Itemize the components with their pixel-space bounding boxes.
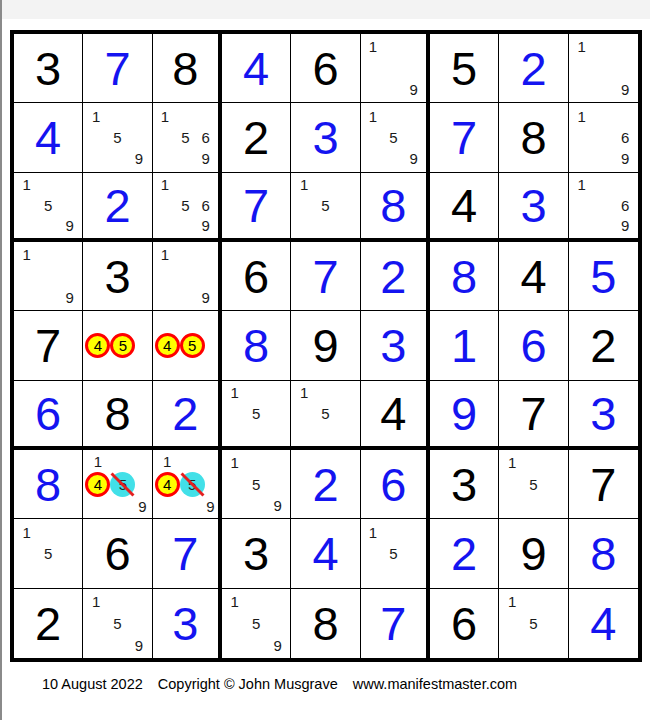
candidate-digit: 6: [196, 195, 216, 215]
solved-digit: 2: [380, 253, 406, 300]
candidate-digit: 1: [16, 521, 37, 542]
cell-r7c4[interactable]: 159: [222, 450, 291, 519]
cell-r6c3[interactable]: 2: [153, 381, 222, 450]
solved-digit: 3: [590, 390, 616, 437]
candidate-digit: 9: [196, 287, 216, 308]
cell-r9c6[interactable]: 7: [361, 589, 430, 658]
cell-r4c3[interactable]: 19: [153, 242, 222, 311]
cell-r9c1[interactable]: 2: [14, 589, 83, 658]
cell-r3c9[interactable]: 169: [569, 173, 638, 242]
candidate-digit: 1: [293, 175, 314, 195]
cell-r3c3[interactable]: 1569: [153, 173, 222, 242]
given-digit: 3: [104, 253, 130, 300]
cell-r1c4[interactable]: 4: [222, 34, 291, 103]
candidate-digit: 5: [383, 127, 403, 148]
page-top-band: [0, 0, 650, 19]
candidate-digit: 1: [293, 383, 314, 403]
solved-digit: 3: [380, 322, 406, 369]
given-digit: 8: [172, 45, 198, 92]
pencil-marks: 45: [85, 313, 149, 377]
solved-digit: 7: [380, 600, 406, 647]
cell-r6c9[interactable]: 3: [569, 381, 638, 450]
cell-r6c5[interactable]: 15: [291, 381, 360, 450]
solved-digit: 8: [35, 461, 61, 508]
pencil-marks: 19: [16, 244, 80, 308]
cell-r1c6[interactable]: 19: [361, 34, 430, 103]
pencil-marks: 15: [363, 521, 424, 585]
candidate-digit: 1: [155, 105, 175, 126]
candidate-digit: 1: [571, 105, 593, 126]
cell-r1c7[interactable]: 5: [430, 34, 499, 103]
candidate-digit: 9: [196, 148, 216, 169]
candidate-digit: 1: [224, 591, 245, 613]
footer-website: www.manifestmaster.com: [353, 676, 517, 692]
candidate-digit: 5: [383, 543, 403, 564]
solved-digit: 6: [520, 322, 546, 369]
solved-digit: 4: [35, 114, 61, 161]
candidate-digit: 1: [363, 521, 383, 542]
candidate-digit: 5: [523, 473, 544, 494]
candidate-digit: 5: [315, 195, 336, 215]
given-digit: 4: [520, 253, 546, 300]
given-digit: 2: [590, 322, 616, 369]
pencil-marks: 15: [16, 521, 80, 585]
solved-digit: 2: [104, 182, 130, 229]
cell-r4c1[interactable]: 19: [14, 242, 83, 311]
cell-r8c7[interactable]: 2: [430, 519, 499, 588]
given-digit: 4: [380, 390, 406, 437]
cell-r7c2[interactable]: 1459: [83, 450, 152, 519]
cell-r6c2[interactable]: 8: [83, 381, 152, 450]
cell-r2c6[interactable]: 159: [361, 103, 430, 172]
candidate-highlighted-circle: 4: [85, 472, 110, 497]
candidate-digit: 9: [404, 79, 424, 100]
sudoku-board: 3784619521941591569231597816915921569715…: [10, 30, 642, 662]
cell-r3c8[interactable]: 3: [499, 173, 568, 242]
footer-date: 10 August 2022: [42, 676, 143, 692]
solved-digit: 4: [312, 530, 338, 577]
solved-digit: 1: [451, 322, 477, 369]
pencil-marks: 15: [293, 383, 357, 444]
cell-r5c4[interactable]: 8: [222, 311, 291, 380]
cell-r1c2[interactable]: 7: [83, 34, 152, 103]
given-digit: 8: [312, 600, 338, 647]
candidate-digit: 5: [175, 127, 195, 148]
candidate-digit: 5: [107, 612, 128, 634]
candidate-eliminated-strike: 5: [110, 472, 135, 497]
cell-r8c1[interactable]: 15: [14, 519, 83, 588]
candidate-highlighted-circle: 4: [85, 333, 110, 358]
cell-r6c6[interactable]: 4: [361, 381, 430, 450]
footer-copyright: Copyright © John Musgrave: [158, 676, 338, 692]
candidate-digit: 1: [224, 383, 245, 403]
cell-r9c7[interactable]: 6: [430, 589, 499, 658]
cell-r7c8[interactable]: 15: [499, 450, 568, 519]
solved-digit: 4: [243, 45, 269, 92]
cell-r2c8[interactable]: 8: [499, 103, 568, 172]
candidate-digit: 1: [571, 36, 593, 57]
cell-r4c4[interactable]: 6: [222, 242, 291, 311]
cell-r3c4[interactable]: 7: [222, 173, 291, 242]
solved-digit: 4: [590, 600, 616, 647]
solved-digit: 3: [172, 600, 198, 647]
cell-r7c6[interactable]: 6: [361, 450, 430, 519]
candidate-digit: 1: [85, 105, 106, 126]
cell-r5c9[interactable]: 2: [569, 311, 638, 380]
cell-r2c5[interactable]: 3: [291, 103, 360, 172]
given-digit: 4: [451, 182, 477, 229]
given-digit: 6: [312, 45, 338, 92]
cell-r4c6[interactable]: 2: [361, 242, 430, 311]
cell-r1c8[interactable]: 2: [499, 34, 568, 103]
page-left-border: [0, 0, 2, 720]
candidate-digit: 1: [155, 244, 175, 265]
cell-r4c7[interactable]: 8: [430, 242, 499, 311]
solved-digit: 7: [172, 530, 198, 577]
given-digit: 8: [104, 390, 130, 437]
given-digit: 3: [243, 530, 269, 577]
cell-r2c9[interactable]: 169: [569, 103, 638, 172]
cell-r5c5[interactable]: 9: [291, 311, 360, 380]
candidate-digit: 1: [501, 452, 522, 473]
cell-r4c2[interactable]: 3: [83, 242, 152, 311]
cell-r2c1[interactable]: 4: [14, 103, 83, 172]
candidate-digit: 1: [155, 175, 175, 195]
solved-digit: 8: [590, 530, 616, 577]
solved-digit: 7: [243, 182, 269, 229]
given-digit: 5: [451, 45, 477, 92]
cell-r8c2[interactable]: 6: [83, 519, 152, 588]
candidate-digit: 5: [315, 403, 336, 423]
solved-digit: 8: [243, 322, 269, 369]
pencil-marks: 159: [85, 591, 149, 656]
pencil-marks: 159: [16, 175, 80, 236]
solved-digit: 5: [590, 253, 616, 300]
candidate-highlighted-circle: 5: [110, 333, 135, 358]
candidate-digit: 9: [196, 216, 216, 236]
cell-r4c8[interactable]: 4: [499, 242, 568, 311]
cell-r7c9[interactable]: 7: [569, 450, 638, 519]
pencil-marks: 15: [501, 591, 565, 656]
solved-digit: 7: [451, 114, 477, 161]
candidate-digit: 1: [571, 175, 593, 195]
solved-digit: 6: [380, 461, 406, 508]
footer: 10 August 2022 Copyright © John Musgrave…: [42, 676, 517, 692]
candidate-highlighted-circle: 5: [180, 333, 205, 358]
cell-r3c1[interactable]: 159: [14, 173, 83, 242]
cell-r6c7[interactable]: 9: [430, 381, 499, 450]
cell-r7c5[interactable]: 2: [291, 450, 360, 519]
pencil-marks: 45: [155, 313, 216, 377]
candidate-digit: 5: [107, 127, 128, 148]
cell-r2c7[interactable]: 7: [430, 103, 499, 172]
solved-digit: 3: [312, 114, 338, 161]
candidate-digit: 9: [205, 497, 216, 517]
candidate-eliminated-strike: 5: [180, 472, 205, 497]
solved-digit: 8: [451, 253, 477, 300]
given-digit: 7: [590, 461, 616, 508]
solved-digit: 2: [520, 45, 546, 92]
solved-digit: 7: [104, 45, 130, 92]
candidate-highlighted-circle: 4: [155, 333, 180, 358]
pencil-marks: 19: [363, 36, 424, 100]
pencil-marks: 15: [224, 383, 288, 444]
given-digit: 7: [520, 390, 546, 437]
cell-r3c6[interactable]: 8: [361, 173, 430, 242]
pencil-marks: 1569: [155, 175, 216, 236]
cell-r7c7[interactable]: 3: [430, 450, 499, 519]
candidate-digit: 5: [523, 612, 544, 634]
given-digit: 3: [35, 45, 61, 92]
cell-r7c3[interactable]: 1459: [153, 450, 222, 519]
candidate-digit: 9: [135, 497, 149, 517]
pencil-marks: 19: [155, 244, 216, 308]
candidate-digit: 6: [196, 127, 216, 148]
pencil-marks: 15: [293, 175, 357, 236]
pencil-marks: 159: [224, 452, 288, 516]
given-digit: 8: [520, 114, 546, 161]
given-digit: 6: [243, 253, 269, 300]
cell-r6c1[interactable]: 6: [14, 381, 83, 450]
candidate-digit: 9: [128, 634, 149, 656]
pencil-marks: 1569: [155, 105, 216, 169]
pencil-marks: 159: [363, 105, 424, 169]
candidate-digit: 1: [16, 244, 37, 265]
candidate-digit: 1: [224, 452, 245, 473]
cell-r9c8[interactable]: 15: [499, 589, 568, 658]
cell-r8c8[interactable]: 9: [499, 519, 568, 588]
given-digit: 3: [451, 461, 477, 508]
cell-r9c5[interactable]: 8: [291, 589, 360, 658]
solved-digit: 2: [451, 530, 477, 577]
cell-r7c1[interactable]: 8: [14, 450, 83, 519]
solved-digit: 8: [380, 182, 406, 229]
cell-r1c1[interactable]: 3: [14, 34, 83, 103]
given-digit: 6: [104, 530, 130, 577]
cell-r9c9[interactable]: 4: [569, 589, 638, 658]
candidate-digit: 1: [16, 175, 37, 195]
given-digit: 6: [451, 600, 477, 647]
candidate-digit: 1: [85, 591, 106, 613]
candidate-digit: 5: [245, 473, 266, 494]
candidate-digit: 6: [614, 127, 636, 148]
candidate-digit: 9: [404, 148, 424, 169]
given-digit: 9: [520, 530, 546, 577]
candidate-digit: 1: [501, 591, 522, 613]
pencil-marks: 1459: [85, 452, 149, 516]
cell-r9c3[interactable]: 3: [153, 589, 222, 658]
solved-digit: 2: [312, 461, 338, 508]
pencil-marks: 169: [571, 175, 636, 236]
cell-r5c1[interactable]: 7: [14, 311, 83, 380]
solved-digit: 9: [451, 390, 477, 437]
cell-r6c8[interactable]: 7: [499, 381, 568, 450]
cell-r5c8[interactable]: 6: [499, 311, 568, 380]
candidate-digit: 1: [363, 36, 383, 57]
cell-r1c3[interactable]: 8: [153, 34, 222, 103]
solved-digit: 2: [172, 390, 198, 437]
candidate-digit: 9: [59, 216, 80, 236]
solved-digit: 3: [520, 182, 546, 229]
candidate-digit: 5: [245, 612, 266, 634]
candidate-digit: 9: [614, 216, 636, 236]
cell-r8c3[interactable]: 7: [153, 519, 222, 588]
candidate-digit: 1: [85, 452, 110, 472]
cell-r8c5[interactable]: 4: [291, 519, 360, 588]
cell-r9c4[interactable]: 159: [222, 589, 291, 658]
pencil-marks: 1459: [155, 452, 216, 516]
solved-digit: 7: [312, 253, 338, 300]
candidate-digit: 5: [37, 195, 58, 215]
cell-r3c5[interactable]: 15: [291, 173, 360, 242]
candidate-digit: 9: [128, 148, 149, 169]
candidate-digit: 1: [155, 452, 180, 472]
cell-r3c7[interactable]: 4: [430, 173, 499, 242]
cell-r1c9[interactable]: 19: [569, 34, 638, 103]
candidate-digit: 6: [614, 195, 636, 215]
given-digit: 2: [35, 600, 61, 647]
given-digit: 9: [312, 322, 338, 369]
candidate-digit: 9: [614, 79, 636, 100]
pencil-marks: 15: [501, 452, 565, 516]
pencil-marks: 159: [85, 105, 149, 169]
candidate-digit: 5: [37, 543, 58, 564]
cell-r2c4[interactable]: 2: [222, 103, 291, 172]
cell-r8c6[interactable]: 15: [361, 519, 430, 588]
cell-r5c6[interactable]: 3: [361, 311, 430, 380]
pencil-marks: 159: [224, 591, 288, 656]
cell-r4c5[interactable]: 7: [291, 242, 360, 311]
candidate-digit: 5: [175, 195, 195, 215]
cell-r9c2[interactable]: 159: [83, 589, 152, 658]
given-digit: 2: [243, 114, 269, 161]
candidate-digit: 5: [245, 403, 266, 423]
cell-r4c9[interactable]: 5: [569, 242, 638, 311]
candidate-digit: 9: [614, 148, 636, 169]
cell-r5c7[interactable]: 1: [430, 311, 499, 380]
candidate-digit: 9: [267, 495, 288, 516]
cell-r8c4[interactable]: 3: [222, 519, 291, 588]
cell-r2c2[interactable]: 159: [83, 103, 152, 172]
cell-r5c3[interactable]: 45: [153, 311, 222, 380]
cell-r5c2[interactable]: 45: [83, 311, 152, 380]
given-digit: 7: [35, 322, 61, 369]
pencil-marks: 169: [571, 105, 636, 169]
cell-r3c2[interactable]: 2: [83, 173, 152, 242]
cell-r1c5[interactable]: 6: [291, 34, 360, 103]
candidate-digit: 1: [363, 105, 383, 126]
solved-digit: 6: [35, 390, 61, 437]
cell-r6c4[interactable]: 15: [222, 381, 291, 450]
pencil-marks: 19: [571, 36, 636, 100]
candidate-digit: 9: [267, 634, 288, 656]
cell-r8c9[interactable]: 8: [569, 519, 638, 588]
cell-r2c3[interactable]: 1569: [153, 103, 222, 172]
candidate-digit: 9: [59, 287, 80, 308]
candidate-highlighted-circle: 4: [155, 472, 180, 497]
